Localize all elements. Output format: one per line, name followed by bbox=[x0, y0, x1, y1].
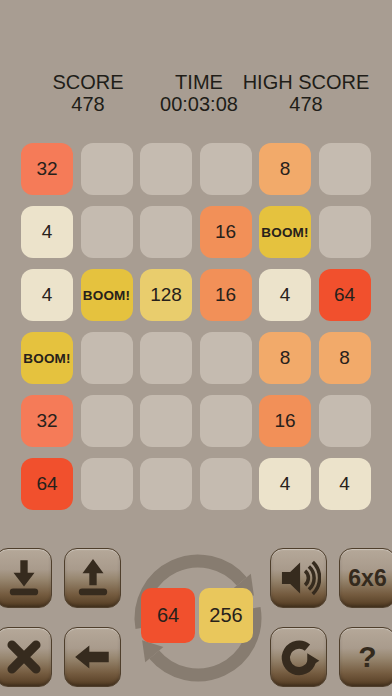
restart-button[interactable] bbox=[270, 627, 327, 687]
empty-cell bbox=[319, 206, 371, 258]
tile-4: 4 bbox=[21, 206, 73, 258]
board-size-label: 6x6 bbox=[348, 565, 386, 592]
next-tile-64: 64 bbox=[141, 588, 195, 643]
tile-32: 32 bbox=[21, 143, 73, 195]
empty-cell bbox=[140, 332, 192, 384]
tile-8: 8 bbox=[259, 332, 311, 384]
empty-cell bbox=[140, 206, 192, 258]
tile-16: 16 bbox=[200, 269, 252, 321]
tile-4: 4 bbox=[259, 458, 311, 510]
tile-4: 4 bbox=[259, 269, 311, 321]
empty-cell bbox=[81, 395, 133, 447]
tile-boom: BOOM! bbox=[21, 332, 73, 384]
sound-button[interactable] bbox=[270, 548, 327, 608]
help-button[interactable]: ? bbox=[339, 627, 392, 687]
empty-cell bbox=[81, 206, 133, 258]
empty-cell bbox=[140, 458, 192, 510]
empty-cell bbox=[200, 332, 252, 384]
rotate-tiles-widget[interactable]: 64 256 bbox=[128, 548, 268, 688]
help-label: ? bbox=[358, 640, 376, 674]
x-icon bbox=[3, 635, 45, 679]
circular-arrow-icon bbox=[277, 635, 321, 679]
high-score-label: HIGH SCORE bbox=[223, 71, 389, 93]
empty-cell bbox=[81, 458, 133, 510]
save-game-button[interactable] bbox=[0, 548, 52, 608]
empty-cell bbox=[200, 143, 252, 195]
tray-up-arrow-icon bbox=[72, 556, 114, 600]
tile-64: 64 bbox=[21, 458, 73, 510]
board-size-button[interactable]: 6x6 bbox=[339, 548, 392, 608]
tray-down-arrow-icon bbox=[3, 556, 45, 600]
tile-32: 32 bbox=[21, 395, 73, 447]
left-arrow-icon bbox=[72, 635, 114, 679]
empty-cell bbox=[319, 143, 371, 195]
empty-cell bbox=[319, 395, 371, 447]
tile-boom: BOOM! bbox=[81, 269, 133, 321]
speaker-icon bbox=[277, 556, 321, 600]
empty-cell bbox=[140, 143, 192, 195]
game-board[interactable]: 328416BOOM!4BOOM!12816464BOOM!8832166444 bbox=[21, 143, 371, 510]
load-game-button[interactable] bbox=[64, 548, 121, 608]
tile-boom: BOOM! bbox=[259, 206, 311, 258]
high-score-panel: HIGH SCORE 478 bbox=[223, 71, 389, 115]
empty-cell bbox=[140, 395, 192, 447]
tile-16: 16 bbox=[259, 395, 311, 447]
tile-4: 4 bbox=[319, 458, 371, 510]
tile-128: 128 bbox=[140, 269, 192, 321]
undo-button[interactable] bbox=[64, 627, 121, 687]
empty-cell bbox=[81, 332, 133, 384]
empty-cell bbox=[81, 143, 133, 195]
tile-8: 8 bbox=[319, 332, 371, 384]
empty-cell bbox=[200, 395, 252, 447]
high-score-value: 478 bbox=[223, 93, 389, 115]
empty-cell bbox=[200, 458, 252, 510]
next-tile-256: 256 bbox=[199, 588, 253, 643]
tile-4: 4 bbox=[21, 269, 73, 321]
close-button[interactable] bbox=[0, 627, 52, 687]
tile-16: 16 bbox=[200, 206, 252, 258]
tile-8: 8 bbox=[259, 143, 311, 195]
tile-64: 64 bbox=[319, 269, 371, 321]
